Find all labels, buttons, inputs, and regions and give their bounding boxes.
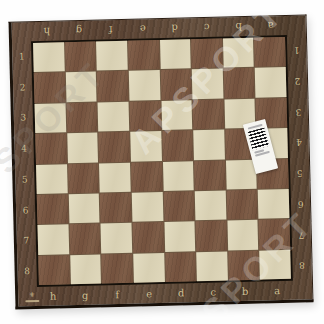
square-a1[interactable] (254, 37, 285, 67)
square-c5[interactable] (194, 160, 225, 190)
square-f1[interactable] (96, 41, 127, 71)
square-d6[interactable] (163, 191, 194, 221)
square-d5[interactable] (162, 161, 193, 191)
file-label-top-f: f (95, 20, 127, 40)
square-d1[interactable] (160, 39, 191, 69)
square-e4[interactable] (130, 131, 161, 161)
rank-label-left-8: 8 (17, 256, 37, 287)
square-c3[interactable] (193, 99, 224, 129)
square-f2[interactable] (97, 71, 128, 101)
file-label-bottom-g: g (69, 286, 101, 306)
file-label-top-e: e (127, 19, 159, 39)
square-g7[interactable] (69, 224, 100, 254)
square-a6[interactable] (258, 189, 289, 219)
square-c7[interactable] (196, 221, 227, 251)
square-e2[interactable] (129, 70, 160, 100)
file-label-bottom-b: b (229, 282, 261, 302)
square-g2[interactable] (65, 72, 96, 102)
rank-label-right-8: 8 (292, 250, 312, 281)
square-e3[interactable] (129, 101, 160, 131)
square-h5[interactable] (36, 164, 67, 194)
square-c4[interactable] (193, 130, 224, 160)
rank-label-left-2: 2 (13, 72, 33, 103)
square-e1[interactable] (128, 40, 159, 70)
file-label-bottom-d: d (165, 283, 197, 303)
square-e7[interactable] (132, 222, 163, 252)
square-f6[interactable] (100, 193, 131, 223)
maker-mark-text (25, 300, 39, 302)
square-f8[interactable] (101, 253, 132, 283)
square-f5[interactable] (99, 162, 130, 192)
square-h1[interactable] (33, 42, 64, 72)
square-h4[interactable] (35, 133, 66, 163)
square-e5[interactable] (131, 161, 162, 191)
square-e8[interactable] (133, 253, 164, 283)
square-e6[interactable] (132, 192, 163, 222)
rank-label-right-2: 2 (288, 65, 308, 96)
rank-label-right-1: 1 (287, 34, 307, 65)
file-label-top-c: c (190, 17, 222, 37)
square-a2[interactable] (255, 67, 286, 97)
square-g5[interactable] (68, 163, 99, 193)
square-f3[interactable] (98, 102, 129, 132)
square-d8[interactable] (165, 252, 196, 282)
square-g6[interactable] (68, 193, 99, 223)
maker-crest-icon: ⚜ (23, 292, 41, 299)
square-h3[interactable] (35, 103, 66, 133)
file-label-top-h: h (31, 21, 63, 41)
rank-label-left-4: 4 (14, 133, 34, 164)
square-a8[interactable] (260, 249, 291, 279)
square-a7[interactable] (259, 219, 290, 249)
square-h7[interactable] (38, 225, 69, 255)
square-c6[interactable] (195, 190, 226, 220)
square-c1[interactable] (191, 38, 222, 68)
square-b8[interactable] (228, 250, 259, 280)
rank-label-right-6: 6 (291, 188, 311, 219)
file-label-bottom-a: a (261, 281, 293, 301)
product-photo: hgfedcba hgfedcba 12345678 12345678 ⚜ AP… (0, 0, 324, 324)
rank-label-left-3: 3 (14, 103, 34, 134)
file-label-top-a: a (254, 16, 286, 36)
square-d2[interactable] (160, 70, 191, 100)
file-label-top-d: d (159, 18, 191, 38)
file-label-top-b: b (222, 17, 254, 37)
file-label-bottom-f: f (101, 285, 133, 305)
square-h8[interactable] (38, 255, 69, 285)
square-d7[interactable] (164, 221, 195, 251)
square-f7[interactable] (101, 223, 132, 253)
rank-label-left-6: 6 (16, 195, 36, 226)
rank-label-right-5: 5 (290, 157, 310, 188)
square-h6[interactable] (37, 194, 68, 224)
square-g4[interactable] (67, 133, 98, 163)
square-b7[interactable] (227, 220, 258, 250)
rank-label-left-5: 5 (15, 164, 35, 195)
square-d3[interactable] (161, 100, 192, 130)
square-g3[interactable] (66, 102, 97, 132)
square-g8[interactable] (70, 254, 101, 284)
square-g1[interactable] (65, 42, 96, 72)
square-b1[interactable] (223, 38, 254, 68)
square-h2[interactable] (34, 73, 65, 103)
file-label-bottom-h: h (37, 286, 69, 306)
file-label-top-g: g (63, 21, 95, 41)
square-c2[interactable] (192, 69, 223, 99)
rank-label-right-4: 4 (289, 127, 309, 158)
square-f4[interactable] (99, 132, 130, 162)
rank-label-right-7: 7 (291, 219, 311, 250)
rank-label-left-1: 1 (12, 41, 32, 72)
rank-label-right-3: 3 (288, 96, 308, 127)
rank-label-left-7: 7 (17, 226, 37, 257)
file-label-bottom-c: c (197, 282, 229, 302)
square-c8[interactable] (196, 251, 227, 281)
file-label-bottom-e: e (133, 284, 165, 304)
square-b2[interactable] (223, 68, 254, 98)
barcode-icon (248, 127, 269, 150)
square-d4[interactable] (162, 130, 193, 160)
square-b6[interactable] (226, 190, 257, 220)
maker-mark: ⚜ (23, 292, 41, 302)
